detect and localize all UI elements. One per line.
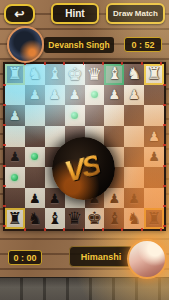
square-r3c1[interactable]: ♟ [5,105,25,126]
square-r3c5[interactable] [85,105,105,126]
black-bishop: ♝ [45,208,65,229]
white-pawn: ♟ [144,126,164,147]
bottom-player-name: Himanshi [69,246,133,267]
square-r1c8[interactable]: ♜ [144,64,164,85]
square-r7c2[interactable]: ♟ [25,188,45,209]
bottom-player-avatar [127,239,167,279]
square-r8c3[interactable]: ♝ [45,208,65,229]
white-pawn: ♟ [45,85,65,106]
white-rook: ♜ [144,64,164,85]
square-r6c1[interactable] [5,167,25,188]
square-r2c7[interactable]: ♟ [124,85,144,106]
white-queen: ♛ [85,64,105,85]
bottom-player-timer: 0 : 00 [8,250,42,265]
black-pawn: ♟ [124,188,144,209]
top-player-timer: 0 : 52 [124,37,162,52]
back-button[interactable]: ↩ [4,4,35,24]
square-r1c1[interactable]: ♜ [5,64,25,85]
bottom-wood-strip [0,277,169,300]
square-r3c8[interactable] [144,105,164,126]
white-knight: ♞ [25,64,45,85]
square-r7c8[interactable] [144,188,164,209]
black-rook: ♜ [144,208,164,229]
square-r3c6[interactable] [104,105,124,126]
square-r8c8[interactable]: ♜ [144,208,164,229]
square-r4c8[interactable]: ♟ [144,126,164,147]
back-icon: ↩ [14,7,24,21]
square-r4c3[interactable] [45,126,65,147]
black-knight: ♞ [25,208,45,229]
square-r8c4[interactable]: ♛ [65,208,85,229]
hint-label: Hint [65,8,84,19]
square-r5c1[interactable]: ♟ [5,147,25,168]
square-r6c7[interactable] [124,167,144,188]
white-king: ♚ [65,64,85,85]
white-rook: ♜ [5,64,25,85]
square-r5c7[interactable] [124,147,144,168]
white-pawn: ♟ [25,85,45,106]
square-r8c1[interactable]: ♜ [5,208,25,229]
square-r8c7[interactable]: ♞ [124,208,144,229]
square-r2c5[interactable] [85,85,105,106]
top-player-avatar [7,26,44,63]
square-r1c7[interactable]: ♞ [124,64,144,85]
white-bishop: ♝ [45,64,65,85]
square-r1c4[interactable]: ♚ [65,64,85,85]
square-r2c4[interactable]: ♟ [65,85,85,106]
square-r6c2[interactable] [25,167,45,188]
square-r2c8[interactable] [144,85,164,106]
square-r8c6[interactable]: ♝ [104,208,124,229]
square-r1c3[interactable]: ♝ [45,64,65,85]
square-r7c1[interactable] [5,188,25,209]
black-pawn: ♟ [104,188,124,209]
white-pawn: ♟ [104,85,124,106]
white-bishop: ♝ [104,64,124,85]
square-r4c2[interactable] [25,126,45,147]
white-pawn: ♟ [65,85,85,106]
hint-button[interactable]: Hint [51,3,99,24]
square-r1c6[interactable]: ♝ [104,64,124,85]
square-r4c7[interactable] [124,126,144,147]
square-r5c2[interactable] [25,147,45,168]
vs-label: VS [62,147,103,188]
black-pawn: ♟ [5,147,25,168]
square-r8c5[interactable]: ♚ [85,208,105,229]
top-player-name: Devansh Singh [44,37,114,53]
square-r3c2[interactable] [25,105,45,126]
square-r2c2[interactable]: ♟ [25,85,45,106]
draw-match-button[interactable]: Draw Match [106,3,165,24]
white-pawn: ♟ [124,85,144,106]
square-r2c6[interactable]: ♟ [104,85,124,106]
black-king: ♚ [85,208,105,229]
square-r3c4[interactable] [65,105,85,126]
square-r1c2[interactable]: ♞ [25,64,45,85]
chess-app-screen: ↩ Hint Draw Match Devansh Singh 0 : 52 ♜… [0,0,169,300]
square-r8c2[interactable]: ♞ [25,208,45,229]
square-r5c8[interactable]: ♟ [144,147,164,168]
square-r1c5[interactable]: ♛ [85,64,105,85]
black-queen: ♛ [65,208,85,229]
draw-match-label: Draw Match [113,9,158,18]
black-knight: ♞ [124,208,144,229]
square-r2c3[interactable]: ♟ [45,85,65,106]
white-knight: ♞ [124,64,144,85]
square-r2c1[interactable] [5,85,25,106]
square-r6c8[interactable] [144,167,164,188]
black-bishop: ♝ [104,208,124,229]
square-r7c6[interactable]: ♟ [104,188,124,209]
black-rook: ♜ [5,208,25,229]
square-r3c7[interactable] [124,105,144,126]
square-r4c6[interactable] [104,126,124,147]
black-pawn: ♟ [144,147,164,168]
black-pawn: ♟ [25,188,45,209]
vs-badge: VS [52,137,115,200]
square-r7c7[interactable]: ♟ [124,188,144,209]
square-r4c1[interactable] [5,126,25,147]
white-pawn: ♟ [5,105,25,126]
square-r3c3[interactable] [45,105,65,126]
